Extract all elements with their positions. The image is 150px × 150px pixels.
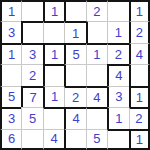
cell-r4c5[interactable] [86, 64, 107, 85]
given-digit: 4 [93, 91, 100, 104]
given-digit: 4 [136, 48, 143, 61]
cell-r5c4[interactable]: 2 [64, 86, 85, 107]
cell-r6c2[interactable]: 5 [21, 107, 42, 128]
given-digit: 1 [115, 26, 122, 39]
cell-r1c7[interactable]: 1 [129, 0, 150, 21]
cell-r2c4[interactable]: 1 [64, 21, 85, 42]
cell-r2c6[interactable]: 1 [107, 21, 128, 42]
given-digit: 5 [8, 90, 15, 103]
given-digit: 2 [135, 112, 142, 125]
puzzle-grid: 112131121315124245712431354126451 [0, 0, 150, 150]
cell-r1c3[interactable]: 1 [43, 0, 64, 21]
cell-r7c1[interactable]: 6 [0, 129, 21, 150]
cell-r4c6[interactable]: 4 [107, 64, 128, 85]
given-digit: 5 [72, 48, 79, 61]
cell-r2c3[interactable] [43, 21, 64, 42]
cell-r6c3[interactable] [43, 107, 64, 128]
given-digit: 6 [8, 132, 15, 145]
cell-r7c7[interactable]: 1 [129, 129, 150, 150]
given-digit: 3 [8, 26, 15, 39]
cell-r7c6[interactable] [107, 129, 128, 150]
cell-r5c7[interactable]: 1 [129, 86, 150, 107]
cell-r3c4[interactable]: 5 [64, 43, 85, 64]
cell-r4c4[interactable] [64, 64, 85, 85]
given-digit: 1 [136, 5, 143, 18]
cell-r2c1[interactable]: 3 [0, 21, 21, 42]
cell-r5c5[interactable]: 4 [86, 86, 107, 107]
given-digit: 1 [93, 48, 100, 61]
cell-r1c1[interactable]: 1 [0, 0, 21, 21]
given-digit: 1 [136, 91, 143, 104]
cell-r6c5[interactable] [86, 107, 107, 128]
given-digit: 4 [115, 69, 122, 82]
cell-r7c2[interactable] [21, 129, 42, 150]
cell-r3c5[interactable]: 1 [86, 43, 107, 64]
given-digit: 1 [136, 133, 143, 146]
cell-r4c7[interactable] [129, 64, 150, 85]
given-digit: 2 [72, 91, 79, 104]
cell-r2c2[interactable] [21, 21, 42, 42]
cell-r2c5[interactable] [86, 21, 107, 42]
cell-r7c5[interactable]: 5 [86, 129, 107, 150]
cell-r7c3[interactable]: 4 [43, 129, 64, 150]
given-digit: 4 [72, 112, 79, 125]
given-digit: 5 [29, 112, 36, 125]
cell-r3c6[interactable]: 2 [107, 43, 128, 64]
given-digit: 1 [51, 90, 58, 103]
given-digit: 2 [136, 26, 143, 39]
given-digit: 5 [93, 132, 100, 145]
cell-r6c6[interactable]: 1 [107, 107, 128, 128]
cell-r4c2[interactable]: 2 [21, 64, 42, 85]
cell-r1c2[interactable] [21, 0, 42, 21]
given-digit: 1 [51, 5, 58, 18]
given-digit: 4 [50, 132, 57, 145]
cell-r1c4[interactable] [64, 0, 85, 21]
cell-r3c2[interactable]: 3 [21, 43, 42, 64]
given-digit: 2 [93, 5, 100, 18]
cell-r6c7[interactable]: 2 [129, 107, 150, 128]
cell-r4c1[interactable] [0, 64, 21, 85]
given-digit: 3 [8, 112, 15, 125]
given-digit: 1 [51, 48, 58, 61]
cell-r2c7[interactable]: 2 [129, 21, 150, 42]
cell-r6c4[interactable]: 4 [64, 107, 85, 128]
cell-r7c4[interactable] [64, 129, 85, 150]
cell-r5c1[interactable]: 5 [0, 86, 21, 107]
cell-r3c1[interactable]: 1 [0, 43, 21, 64]
given-digit: 2 [29, 69, 36, 82]
given-digit: 1 [72, 27, 79, 40]
given-digit: 3 [115, 90, 122, 103]
cell-r3c7[interactable]: 4 [129, 43, 150, 64]
cell-r3c3[interactable]: 1 [43, 43, 64, 64]
cell-r5c6[interactable]: 3 [107, 86, 128, 107]
given-digit: 1 [8, 48, 15, 61]
cell-r4c3[interactable] [43, 64, 64, 85]
cell-r1c5[interactable]: 2 [86, 0, 107, 21]
cell-r6c1[interactable]: 3 [0, 107, 21, 128]
given-digit: 7 [30, 91, 37, 104]
cell-r5c2[interactable]: 7 [21, 86, 42, 107]
cell-r5c3[interactable]: 1 [43, 86, 64, 107]
cell-r1c6[interactable] [107, 0, 128, 21]
given-digit: 1 [8, 5, 15, 18]
given-digit: 1 [115, 112, 122, 125]
given-digit: 3 [29, 48, 36, 61]
given-digit: 2 [115, 48, 122, 61]
